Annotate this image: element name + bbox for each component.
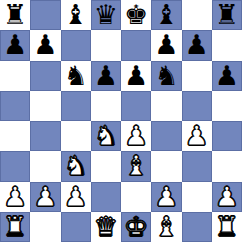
square-b7[interactable]: ♟	[30, 30, 60, 60]
square-b2[interactable]: ♟	[30, 182, 60, 212]
square-b3[interactable]	[30, 151, 60, 181]
piece-white-pawn[interactable]: ♟	[215, 182, 239, 212]
square-h3[interactable]	[212, 151, 242, 181]
square-d4[interactable]: ♞	[91, 121, 121, 151]
square-e2[interactable]	[121, 182, 151, 212]
square-g7[interactable]: ♟	[182, 30, 212, 60]
square-a7[interactable]: ♟	[0, 30, 30, 60]
piece-black-king[interactable]: ♚	[124, 0, 148, 30]
square-h4[interactable]	[212, 121, 242, 151]
square-g8[interactable]	[182, 0, 212, 30]
piece-white-knight[interactable]: ♞	[94, 121, 118, 151]
square-a6[interactable]	[0, 61, 30, 91]
piece-black-pawn[interactable]: ♟	[124, 61, 148, 91]
square-a1[interactable]: ♜	[0, 212, 30, 242]
square-e8[interactable]: ♚	[121, 0, 151, 30]
square-f7[interactable]: ♟	[151, 30, 181, 60]
square-e3[interactable]: ♝	[121, 151, 151, 181]
square-h5[interactable]	[212, 91, 242, 121]
piece-white-knight[interactable]: ♞	[64, 151, 88, 181]
square-f6[interactable]: ♞	[151, 61, 181, 91]
square-a4[interactable]	[0, 121, 30, 151]
square-g6[interactable]	[182, 61, 212, 91]
piece-white-rook[interactable]: ♜	[3, 212, 27, 242]
piece-black-pawn[interactable]: ♟	[185, 30, 209, 60]
square-f5[interactable]	[151, 91, 181, 121]
square-a3[interactable]	[0, 151, 30, 181]
piece-white-pawn[interactable]: ♟	[64, 182, 88, 212]
square-c7[interactable]	[61, 30, 91, 60]
piece-white-king[interactable]: ♚	[124, 212, 148, 242]
square-e1[interactable]: ♚	[121, 212, 151, 242]
square-e4[interactable]: ♟	[121, 121, 151, 151]
square-b1[interactable]	[30, 212, 60, 242]
square-g3[interactable]	[182, 151, 212, 181]
square-c8[interactable]: ♝	[61, 0, 91, 30]
piece-white-pawn[interactable]: ♟	[3, 182, 27, 212]
square-b4[interactable]	[30, 121, 60, 151]
square-h7[interactable]	[212, 30, 242, 60]
square-c2[interactable]: ♟	[61, 182, 91, 212]
piece-white-bishop[interactable]: ♝	[124, 151, 148, 181]
square-h1[interactable]: ♜	[212, 212, 242, 242]
square-c1[interactable]	[61, 212, 91, 242]
piece-white-pawn[interactable]: ♟	[33, 182, 57, 212]
square-h6[interactable]: ♟	[212, 61, 242, 91]
square-h2[interactable]: ♟	[212, 182, 242, 212]
square-g5[interactable]	[182, 91, 212, 121]
square-a2[interactable]: ♟	[0, 182, 30, 212]
square-f8[interactable]: ♝	[151, 0, 181, 30]
piece-black-bishop[interactable]: ♝	[154, 0, 178, 30]
square-f1[interactable]: ♝	[151, 212, 181, 242]
square-d7[interactable]	[91, 30, 121, 60]
piece-black-pawn[interactable]: ♟	[154, 30, 178, 60]
chess-board: ♜♝♛♚♝♜♟♟♟♟♞♟♟♞♟♞♟♟♞♝♟♟♟♟♟♜♛♚♝♜	[0, 0, 242, 242]
piece-black-knight[interactable]: ♞	[64, 61, 88, 91]
piece-black-bishop[interactable]: ♝	[64, 0, 88, 30]
square-f2[interactable]: ♟	[151, 182, 181, 212]
square-d1[interactable]: ♛	[91, 212, 121, 242]
square-e5[interactable]	[121, 91, 151, 121]
piece-black-pawn[interactable]: ♟	[94, 61, 118, 91]
piece-white-pawn[interactable]: ♟	[124, 121, 148, 151]
piece-black-rook[interactable]: ♜	[3, 0, 27, 30]
piece-black-pawn[interactable]: ♟	[3, 30, 27, 60]
piece-black-rook[interactable]: ♜	[215, 0, 239, 30]
square-b5[interactable]	[30, 91, 60, 121]
square-g1[interactable]	[182, 212, 212, 242]
square-d6[interactable]: ♟	[91, 61, 121, 91]
square-b8[interactable]	[30, 0, 60, 30]
square-g4[interactable]: ♟	[182, 121, 212, 151]
square-d5[interactable]	[91, 91, 121, 121]
square-c5[interactable]	[61, 91, 91, 121]
square-d8[interactable]: ♛	[91, 0, 121, 30]
piece-black-queen[interactable]: ♛	[94, 0, 118, 30]
square-f4[interactable]	[151, 121, 181, 151]
piece-white-queen[interactable]: ♛	[94, 212, 118, 242]
square-a5[interactable]	[0, 91, 30, 121]
piece-white-pawn[interactable]: ♟	[154, 182, 178, 212]
square-c6[interactable]: ♞	[61, 61, 91, 91]
piece-black-knight[interactable]: ♞	[154, 61, 178, 91]
square-b6[interactable]	[30, 61, 60, 91]
piece-black-pawn[interactable]: ♟	[33, 30, 57, 60]
square-c3[interactable]: ♞	[61, 151, 91, 181]
piece-white-pawn[interactable]: ♟	[185, 121, 209, 151]
square-g2[interactable]	[182, 182, 212, 212]
piece-white-bishop[interactable]: ♝	[154, 212, 178, 242]
square-d2[interactable]	[91, 182, 121, 212]
square-f3[interactable]	[151, 151, 181, 181]
square-a8[interactable]: ♜	[0, 0, 30, 30]
piece-black-pawn[interactable]: ♟	[215, 61, 239, 91]
square-e7[interactable]	[121, 30, 151, 60]
square-c4[interactable]	[61, 121, 91, 151]
piece-white-rook[interactable]: ♜	[215, 212, 239, 242]
square-e6[interactable]: ♟	[121, 61, 151, 91]
square-d3[interactable]	[91, 151, 121, 181]
square-h8[interactable]: ♜	[212, 0, 242, 30]
